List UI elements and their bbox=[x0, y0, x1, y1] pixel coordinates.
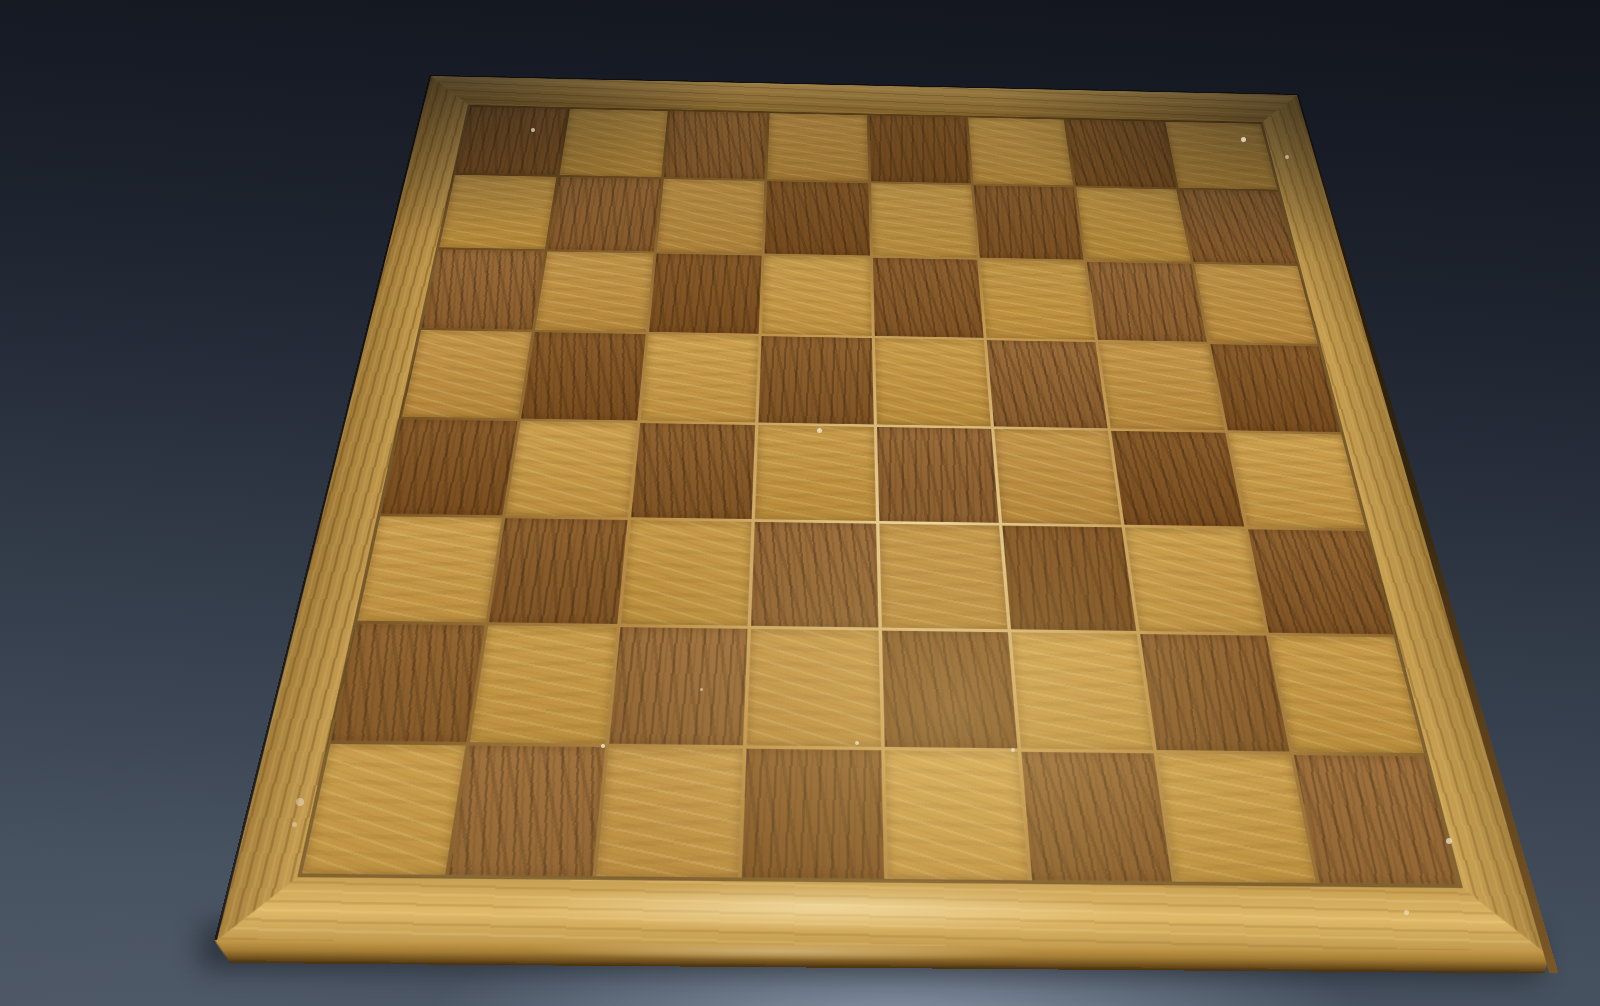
square-e6 bbox=[872, 258, 983, 338]
square-g7 bbox=[1076, 188, 1190, 262]
square-c8 bbox=[664, 111, 767, 179]
square-b6 bbox=[535, 251, 653, 332]
square-a8 bbox=[456, 107, 568, 175]
square-a3 bbox=[357, 516, 502, 622]
board-grid bbox=[302, 107, 1458, 884]
square-a5 bbox=[402, 330, 532, 418]
square-g5 bbox=[1099, 342, 1225, 430]
photo-background bbox=[0, 0, 1600, 1006]
square-c1 bbox=[596, 747, 743, 878]
square-h7 bbox=[1179, 190, 1297, 264]
square-f2 bbox=[1011, 633, 1153, 750]
square-f8 bbox=[968, 117, 1073, 185]
square-e1 bbox=[884, 750, 1028, 880]
square-d7 bbox=[765, 181, 870, 255]
square-d4 bbox=[755, 425, 875, 521]
chess-board bbox=[217, 76, 1543, 951]
square-e8 bbox=[869, 115, 971, 183]
square-b5 bbox=[521, 332, 645, 420]
square-g8 bbox=[1067, 120, 1176, 188]
square-h6 bbox=[1194, 264, 1318, 344]
square-f6 bbox=[980, 260, 1095, 340]
square-c3 bbox=[620, 520, 751, 626]
square-a4 bbox=[381, 419, 518, 516]
square-e3 bbox=[879, 524, 1008, 630]
square-d8 bbox=[767, 113, 867, 181]
square-h8 bbox=[1165, 122, 1278, 190]
square-b4 bbox=[506, 421, 637, 517]
square-d1 bbox=[742, 748, 883, 879]
square-e5 bbox=[874, 338, 990, 426]
square-d5 bbox=[759, 336, 874, 424]
square-c7 bbox=[657, 179, 765, 253]
square-e2 bbox=[881, 631, 1017, 748]
square-g2 bbox=[1140, 634, 1288, 751]
square-b2 bbox=[470, 626, 616, 744]
square-a6 bbox=[422, 249, 545, 330]
square-a1 bbox=[302, 744, 466, 875]
square-b8 bbox=[560, 109, 668, 177]
square-b3 bbox=[489, 518, 627, 624]
square-g6 bbox=[1087, 262, 1207, 342]
square-d2 bbox=[747, 629, 881, 746]
square-c6 bbox=[649, 253, 762, 334]
square-a2 bbox=[331, 624, 485, 742]
square-c2 bbox=[609, 627, 748, 745]
square-g3 bbox=[1125, 527, 1265, 633]
square-f7 bbox=[974, 186, 1084, 260]
square-c4 bbox=[631, 423, 755, 519]
square-h5 bbox=[1210, 344, 1340, 432]
square-a7 bbox=[439, 175, 556, 249]
square-b1 bbox=[449, 745, 605, 876]
square-e7 bbox=[871, 183, 977, 257]
square-f1 bbox=[1021, 751, 1172, 881]
square-g1 bbox=[1158, 753, 1316, 883]
board-frame-bottom bbox=[217, 873, 1543, 951]
square-g4 bbox=[1111, 430, 1244, 526]
square-f3 bbox=[1002, 525, 1136, 631]
square-f4 bbox=[994, 428, 1121, 524]
square-d3 bbox=[751, 522, 878, 628]
square-d6 bbox=[762, 255, 872, 335]
square-e4 bbox=[876, 427, 998, 523]
square-b7 bbox=[548, 177, 661, 251]
square-f5 bbox=[987, 340, 1108, 428]
square-c5 bbox=[640, 334, 758, 422]
